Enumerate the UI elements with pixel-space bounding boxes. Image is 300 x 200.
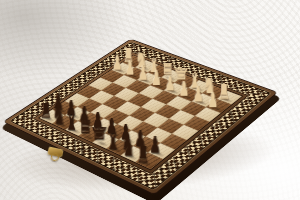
piece-black-rook: ♜	[133, 146, 153, 166]
piece-white-pawn: ♟	[204, 92, 222, 110]
scene: ♜♞♝♛♚♝♞♜♟♟♟♟♟♟♟♟♟♟♟♟♟♟♟♟♜♞♝♛♚♝♞♜	[0, 0, 300, 200]
